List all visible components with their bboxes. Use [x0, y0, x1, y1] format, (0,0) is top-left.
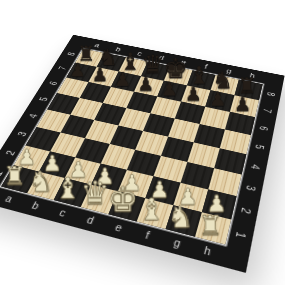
chess-photo-scene: abcdefgh abcdefgh 87654321 87654321 ♜♞♝♛… [0, 0, 285, 285]
piece-black-pawn[interactable]: ♟ [137, 75, 154, 94]
piece-white-bishop[interactable]: ♝ [137, 194, 164, 224]
chess-board: abcdefgh abcdefgh 87654321 87654321 ♜♞♝♛… [0, 35, 284, 273]
piece-white-rook[interactable]: ♜ [198, 213, 222, 240]
piece-black-pawn[interactable]: ♟ [91, 65, 108, 83]
rank-label-4: 4 [239, 156, 270, 179]
piece-white-knight[interactable]: ♞ [167, 203, 193, 232]
piece-white-queen[interactable]: ♛ [80, 178, 108, 210]
piece-white-rook[interactable]: ♜ [3, 164, 26, 189]
piece-black-pawn[interactable]: ♟ [114, 70, 131, 89]
product-photo: abcdefgh abcdefgh 87654321 87654321 ♜♞♝♛… [0, 0, 285, 285]
piece-black-pawn[interactable]: ♟ [160, 80, 177, 99]
square-e4[interactable] [135, 131, 168, 156]
piece-white-bishop[interactable]: ♝ [54, 174, 80, 203]
rank-label-8: 8 [256, 85, 283, 103]
rank-label-7: 7 [252, 101, 280, 120]
piece-white-king[interactable]: ♚ [107, 183, 138, 217]
piece-black-pawn[interactable]: ♟ [209, 89, 226, 108]
piece-black-pawn[interactable]: ♟ [184, 84, 201, 103]
square-h4[interactable] [214, 148, 246, 174]
piece-black-pawn[interactable]: ♟ [233, 94, 250, 113]
rank-label-6: 6 [248, 118, 277, 138]
piece-white-knight[interactable]: ♞ [28, 168, 53, 196]
square-f5[interactable] [168, 119, 200, 143]
